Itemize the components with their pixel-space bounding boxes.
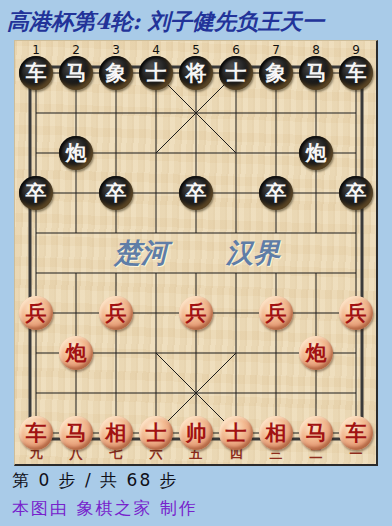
piece-red-soldier[interactable]: 兵 xyxy=(19,296,53,330)
piece-red-advisor[interactable]: 士 xyxy=(139,416,173,450)
piece-red-cannon[interactable]: 炮 xyxy=(59,336,93,370)
credit-text: 本图由 象棋之家 制作 xyxy=(12,497,198,520)
file-number-top-5: 5 xyxy=(184,43,208,57)
piece-black-elephant[interactable]: 象 xyxy=(259,56,293,90)
piece-red-soldier[interactable]: 兵 xyxy=(259,296,293,330)
piece-black-soldier[interactable]: 卒 xyxy=(259,176,293,210)
piece-red-horse[interactable]: 马 xyxy=(59,416,93,450)
file-number-top-7: 7 xyxy=(264,43,288,57)
file-number-top-3: 3 xyxy=(104,43,128,57)
board-grid xyxy=(15,41,379,467)
piece-black-soldier[interactable]: 卒 xyxy=(179,176,213,210)
piece-red-elephant[interactable]: 相 xyxy=(259,416,293,450)
xiangqi-board[interactable]: 楚河 汉界 123456789 九八七六五四三二一 车马象士将士象马车炮炮卒卒卒… xyxy=(14,40,378,466)
piece-red-chariot[interactable]: 车 xyxy=(339,416,373,450)
piece-red-soldier[interactable]: 兵 xyxy=(99,296,133,330)
file-number-top-1: 1 xyxy=(24,43,48,57)
piece-black-chariot[interactable]: 车 xyxy=(339,56,373,90)
piece-black-cannon[interactable]: 炮 xyxy=(299,136,333,170)
piece-red-horse[interactable]: 马 xyxy=(299,416,333,450)
piece-red-soldier[interactable]: 兵 xyxy=(339,296,373,330)
piece-black-horse[interactable]: 马 xyxy=(59,56,93,90)
piece-red-advisor[interactable]: 士 xyxy=(219,416,253,450)
viewer-stage: 高港杯第4轮: 刘子健先负王天一 楚河 汉界 123456789 九八七六五四三… xyxy=(0,0,392,526)
move-counter: 第 0 步 / 共 68 步 xyxy=(12,469,179,492)
file-number-top-9: 9 xyxy=(344,43,368,57)
piece-red-chariot[interactable]: 车 xyxy=(19,416,53,450)
piece-black-horse[interactable]: 马 xyxy=(299,56,333,90)
piece-black-soldier[interactable]: 卒 xyxy=(339,176,373,210)
piece-red-elephant[interactable]: 相 xyxy=(99,416,133,450)
game-title: 高港杯第4轮: 刘子健先负王天一 xyxy=(7,4,387,38)
file-number-top-4: 4 xyxy=(144,43,168,57)
piece-red-cannon[interactable]: 炮 xyxy=(299,336,333,370)
file-number-top-2: 2 xyxy=(64,43,88,57)
piece-black-chariot[interactable]: 车 xyxy=(19,56,53,90)
piece-red-soldier[interactable]: 兵 xyxy=(179,296,213,330)
piece-black-advisor[interactable]: 士 xyxy=(139,56,173,90)
piece-black-advisor[interactable]: 士 xyxy=(219,56,253,90)
piece-black-soldier[interactable]: 卒 xyxy=(19,176,53,210)
file-number-top-8: 8 xyxy=(304,43,328,57)
piece-black-cannon[interactable]: 炮 xyxy=(59,136,93,170)
piece-black-general[interactable]: 将 xyxy=(179,56,213,90)
piece-red-general[interactable]: 帅 xyxy=(179,416,213,450)
piece-black-soldier[interactable]: 卒 xyxy=(99,176,133,210)
piece-black-elephant[interactable]: 象 xyxy=(99,56,133,90)
file-number-top-6: 6 xyxy=(224,43,248,57)
